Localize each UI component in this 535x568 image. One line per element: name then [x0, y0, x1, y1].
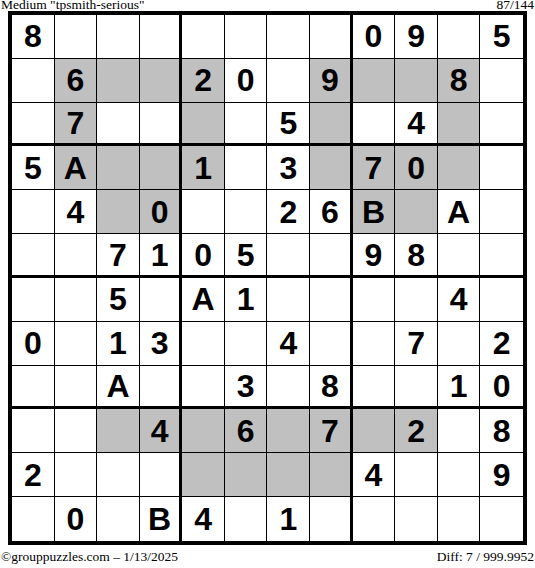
copyright-date: ©grouppuzzles.com – 1/13/2025 [1, 550, 178, 564]
cell-r11c1-given: 2 [12, 453, 55, 497]
cell-r5c6-empty[interactable] [225, 190, 268, 234]
cell-r2c12-empty[interactable] [480, 59, 523, 103]
cell-r2c10-empty[interactable] [395, 59, 438, 103]
cell-r1c11-empty[interactable] [438, 15, 481, 59]
cell-r8c11-empty[interactable] [438, 322, 481, 366]
cell-r5c1-empty[interactable] [12, 190, 55, 234]
cell-r7c8-empty[interactable] [310, 278, 353, 322]
cell-r9c4-empty[interactable] [140, 366, 183, 410]
cell-r5c11-given: A [438, 190, 481, 234]
cell-r6c2-empty[interactable] [55, 234, 98, 278]
cell-r10c12-given: 8 [480, 409, 523, 453]
cell-r1c9-given: 0 [353, 15, 396, 59]
cell-r8c12-given: 2 [480, 322, 523, 366]
cell-r2c11-given: 8 [438, 59, 481, 103]
cell-r5c2-given: 4 [55, 190, 98, 234]
cell-r7c5-given: A [182, 278, 225, 322]
cell-r7c3-given: 5 [97, 278, 140, 322]
cell-r6c4-given: 1 [140, 234, 183, 278]
cell-r1c10-given: 9 [395, 15, 438, 59]
cell-r1c5-empty[interactable] [182, 15, 225, 59]
cell-r1c2-empty[interactable] [55, 15, 98, 59]
cell-r4c12-empty[interactable] [480, 146, 523, 190]
cell-r3c10-given: 4 [395, 103, 438, 147]
sudoku-grid: 8095620987545A13704026BA7105985A14013472… [8, 11, 527, 545]
cell-r4c9-given: 7 [353, 146, 396, 190]
cell-r10c4-given: 4 [140, 409, 183, 453]
cell-r12c8-empty[interactable] [310, 497, 353, 541]
cell-r11c9-given: 4 [353, 453, 396, 497]
cell-r2c1-empty[interactable] [12, 59, 55, 103]
cell-r2c7-empty[interactable] [267, 59, 310, 103]
cell-r7c6-given: 1 [225, 278, 268, 322]
cell-r6c1-empty[interactable] [12, 234, 55, 278]
cell-r4c10-given: 0 [395, 146, 438, 190]
cell-r2c9-empty[interactable] [353, 59, 396, 103]
cell-r11c10-empty[interactable] [395, 453, 438, 497]
cell-r9c6-given: 3 [225, 366, 268, 410]
cell-r8c3-given: 1 [97, 322, 140, 366]
page-footer: ©grouppuzzles.com – 1/13/2025 Diff: 7 / … [1, 550, 534, 564]
cell-r3c9-empty[interactable] [353, 103, 396, 147]
cell-r8c1-given: 0 [12, 322, 55, 366]
cell-r3c2-given: 7 [55, 103, 98, 147]
cell-r3c8-empty[interactable] [310, 103, 353, 147]
cell-r8c9-empty[interactable] [353, 322, 396, 366]
cell-r9c8-given: 8 [310, 366, 353, 410]
cell-r3c11-empty[interactable] [438, 103, 481, 147]
cell-r7c10-empty[interactable] [395, 278, 438, 322]
cell-r11c5-empty[interactable] [182, 453, 225, 497]
cell-r3c3-empty[interactable] [97, 103, 140, 147]
cell-r9c1-empty[interactable] [12, 366, 55, 410]
cell-r10c1-empty[interactable] [12, 409, 55, 453]
cell-r12c1-empty[interactable] [12, 497, 55, 541]
difficulty-rating: Diff: 7 / 999.9952 [437, 550, 534, 564]
cell-r4c2-given: A [55, 146, 98, 190]
cell-r8c5-empty[interactable] [182, 322, 225, 366]
cell-r1c8-empty[interactable] [310, 15, 353, 59]
cell-r5c5-empty[interactable] [182, 190, 225, 234]
cell-r4c3-empty[interactable] [97, 146, 140, 190]
cell-r9c11-given: 1 [438, 366, 481, 410]
cell-r10c2-empty[interactable] [55, 409, 98, 453]
cell-r3c5-empty[interactable] [182, 103, 225, 147]
cell-r7c11-given: 4 [438, 278, 481, 322]
cell-r8c10-given: 7 [395, 322, 438, 366]
cell-r2c6-given: 0 [225, 59, 268, 103]
cell-r2c8-given: 9 [310, 59, 353, 103]
cell-r7c9-empty[interactable] [353, 278, 396, 322]
cell-r11c4-empty[interactable] [140, 453, 183, 497]
cell-r9c12-given: 0 [480, 366, 523, 410]
cell-r2c2-given: 6 [55, 59, 98, 103]
cell-r6c3-given: 7 [97, 234, 140, 278]
cell-r2c4-empty[interactable] [140, 59, 183, 103]
cell-r10c6-given: 6 [225, 409, 268, 453]
cell-r7c1-empty[interactable] [12, 278, 55, 322]
cell-r11c2-empty[interactable] [55, 453, 98, 497]
cell-r6c10-given: 8 [395, 234, 438, 278]
cell-r8c2-empty[interactable] [55, 322, 98, 366]
cell-r9c5-empty[interactable] [182, 366, 225, 410]
cell-r3c1-empty[interactable] [12, 103, 55, 147]
cell-r12c11-empty[interactable] [438, 497, 481, 541]
cell-r1c1-given: 8 [12, 15, 55, 59]
cell-r10c11-empty[interactable] [438, 409, 481, 453]
cell-r8c4-given: 3 [140, 322, 183, 366]
cell-r11c6-empty[interactable] [225, 453, 268, 497]
cell-r2c5-given: 2 [182, 59, 225, 103]
cell-r5c9-given: B [353, 190, 396, 234]
cell-r4c6-empty[interactable] [225, 146, 268, 190]
cell-r11c3-empty[interactable] [97, 453, 140, 497]
cell-r1c3-empty[interactable] [97, 15, 140, 59]
cell-r9c7-empty[interactable] [267, 366, 310, 410]
cell-r5c10-empty[interactable] [395, 190, 438, 234]
cell-r4c7-given: 3 [267, 146, 310, 190]
cell-r1c6-empty[interactable] [225, 15, 268, 59]
cell-r5c7-given: 2 [267, 190, 310, 234]
cell-r6c7-empty[interactable] [267, 234, 310, 278]
cell-r12c3-empty[interactable] [97, 497, 140, 541]
cell-r11c7-empty[interactable] [267, 453, 310, 497]
cell-r10c9-empty[interactable] [353, 409, 396, 453]
cell-r8c6-empty[interactable] [225, 322, 268, 366]
cell-r7c12-empty[interactable] [480, 278, 523, 322]
cell-r12c5-given: 4 [182, 497, 225, 541]
cell-r5c12-empty[interactable] [480, 190, 523, 234]
cell-r12c12-empty[interactable] [480, 497, 523, 541]
cell-r12c9-empty[interactable] [353, 497, 396, 541]
cell-r10c7-empty[interactable] [267, 409, 310, 453]
cell-r9c9-empty[interactable] [353, 366, 396, 410]
cell-r7c4-empty[interactable] [140, 278, 183, 322]
cell-r8c7-given: 4 [267, 322, 310, 366]
cell-r1c12-given: 5 [480, 15, 523, 59]
cell-r6c9-given: 9 [353, 234, 396, 278]
cell-r6c11-empty[interactable] [438, 234, 481, 278]
cell-r5c3-empty[interactable] [97, 190, 140, 234]
cell-r9c3-given: A [97, 366, 140, 410]
cell-r11c8-empty[interactable] [310, 453, 353, 497]
cell-r9c2-empty[interactable] [55, 366, 98, 410]
cell-r11c12-given: 9 [480, 453, 523, 497]
cell-r4c8-empty[interactable] [310, 146, 353, 190]
cell-r6c12-empty[interactable] [480, 234, 523, 278]
cell-r3c6-empty[interactable] [225, 103, 268, 147]
cell-r3c4-empty[interactable] [140, 103, 183, 147]
cell-r5c4-given: 0 [140, 190, 183, 234]
cell-r9c10-empty[interactable] [395, 366, 438, 410]
cell-r2c3-empty[interactable] [97, 59, 140, 103]
cell-r6c5-given: 0 [182, 234, 225, 278]
cell-r4c4-empty[interactable] [140, 146, 183, 190]
cell-r10c3-empty[interactable] [97, 409, 140, 453]
cell-r5c8-given: 6 [310, 190, 353, 234]
cell-r10c8-given: 7 [310, 409, 353, 453]
cell-r12c2-given: 0 [55, 497, 98, 541]
cell-r3c12-empty[interactable] [480, 103, 523, 147]
cell-r4c11-empty[interactable] [438, 146, 481, 190]
cell-r6c8-empty[interactable] [310, 234, 353, 278]
cell-r12c6-empty[interactable] [225, 497, 268, 541]
cell-r1c7-empty[interactable] [267, 15, 310, 59]
cell-r12c4-given: B [140, 497, 183, 541]
cell-r1c4-empty[interactable] [140, 15, 183, 59]
cell-r3c7-given: 5 [267, 103, 310, 147]
cell-r7c2-empty[interactable] [55, 278, 98, 322]
cell-r11c11-empty[interactable] [438, 453, 481, 497]
cell-r7c7-empty[interactable] [267, 278, 310, 322]
cell-r6c6-given: 5 [225, 234, 268, 278]
cell-r12c10-empty[interactable] [395, 497, 438, 541]
cell-r12c7-given: 1 [267, 497, 310, 541]
cell-r10c10-given: 2 [395, 409, 438, 453]
cell-r10c5-empty[interactable] [182, 409, 225, 453]
cell-r4c5-given: 1 [182, 146, 225, 190]
cell-r4c1-given: 5 [12, 146, 55, 190]
cell-r8c8-empty[interactable] [310, 322, 353, 366]
